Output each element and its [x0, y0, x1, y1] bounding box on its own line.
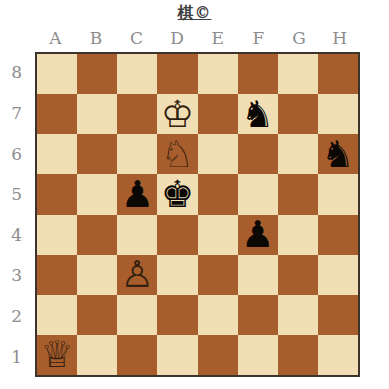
- white-king-piece: ♔: [161, 96, 194, 133]
- file-label-c: C: [116, 27, 157, 49]
- square-b3: [77, 255, 117, 295]
- square-h6: ♞: [318, 134, 358, 174]
- square-f8: [238, 54, 278, 94]
- square-a8: [37, 54, 77, 94]
- square-f2: [238, 295, 278, 335]
- white-knight-piece: ♘: [161, 136, 194, 173]
- square-a3: [37, 255, 77, 295]
- black-pawn-piece: ♟: [121, 176, 154, 213]
- square-c1: [117, 335, 157, 375]
- square-d1: [157, 335, 197, 375]
- square-e3: [198, 255, 238, 295]
- square-d5: ♚: [157, 174, 197, 214]
- square-d7: ♔: [157, 94, 197, 134]
- file-label-d: D: [157, 27, 198, 49]
- square-g2: [278, 295, 318, 335]
- square-a7: [37, 94, 77, 134]
- square-f3: [238, 255, 278, 295]
- rank-label-5: 5: [0, 174, 29, 215]
- square-d8: [157, 54, 197, 94]
- square-f6: [238, 134, 278, 174]
- square-f4: ♟: [238, 215, 278, 255]
- square-d2: [157, 295, 197, 335]
- square-f7: ♞: [238, 94, 278, 134]
- square-c2: [117, 295, 157, 335]
- square-c4: [117, 215, 157, 255]
- white-queen-piece: ♕: [40, 336, 73, 373]
- square-a4: [37, 215, 77, 255]
- black-knight-piece: ♞: [321, 136, 354, 173]
- rank-label-1: 1: [0, 336, 29, 377]
- square-e5: [198, 174, 238, 214]
- square-g6: [278, 134, 318, 174]
- square-h8: [318, 54, 358, 94]
- rank-label-6: 6: [0, 133, 29, 174]
- square-f5: [238, 174, 278, 214]
- file-labels: ABCDEFGH: [35, 27, 360, 49]
- chess-diagram: 棋© ABCDEFGH 87654321 ♔♞♘♞♟♚♟♙♕: [0, 0, 389, 389]
- square-a5: [37, 174, 77, 214]
- rank-label-7: 7: [0, 93, 29, 134]
- square-h2: [318, 295, 358, 335]
- rank-label-3: 3: [0, 255, 29, 296]
- rank-label-4: 4: [0, 215, 29, 256]
- square-e1: [198, 335, 238, 375]
- file-label-g: G: [279, 27, 320, 49]
- square-f1: [238, 335, 278, 375]
- file-label-h: H: [319, 27, 360, 49]
- square-h7: [318, 94, 358, 134]
- rank-label-8: 8: [0, 52, 29, 93]
- square-c3: ♙: [117, 255, 157, 295]
- square-c7: [117, 94, 157, 134]
- square-c6: [117, 134, 157, 174]
- square-e8: [198, 54, 238, 94]
- square-g8: [278, 54, 318, 94]
- square-c5: ♟: [117, 174, 157, 214]
- square-g4: [278, 215, 318, 255]
- file-label-f: F: [238, 27, 279, 49]
- square-h3: [318, 255, 358, 295]
- square-b7: [77, 94, 117, 134]
- file-label-e: E: [198, 27, 239, 49]
- square-g1: [278, 335, 318, 375]
- square-b4: [77, 215, 117, 255]
- square-a1: ♕: [37, 335, 77, 375]
- chess-board: ♔♞♘♞♟♚♟♙♕: [35, 52, 360, 377]
- file-label-b: B: [76, 27, 117, 49]
- square-h1: [318, 335, 358, 375]
- square-b2: [77, 295, 117, 335]
- rank-label-2: 2: [0, 296, 29, 337]
- square-a2: [37, 295, 77, 335]
- square-d4: [157, 215, 197, 255]
- square-d3: [157, 255, 197, 295]
- square-a6: [37, 134, 77, 174]
- square-b6: [77, 134, 117, 174]
- square-e7: [198, 94, 238, 134]
- file-label-a: A: [35, 27, 76, 49]
- square-b1: [77, 335, 117, 375]
- white-pawn-piece: ♙: [121, 256, 154, 293]
- square-e6: [198, 134, 238, 174]
- square-h4: [318, 215, 358, 255]
- square-e4: [198, 215, 238, 255]
- page-title: 棋©: [0, 3, 389, 24]
- square-b5: [77, 174, 117, 214]
- square-d6: ♘: [157, 134, 197, 174]
- square-g7: [278, 94, 318, 134]
- square-h5: [318, 174, 358, 214]
- black-king-piece: ♚: [161, 176, 194, 213]
- black-knight-piece: ♞: [241, 96, 274, 133]
- square-e2: [198, 295, 238, 335]
- square-g3: [278, 255, 318, 295]
- square-c8: [117, 54, 157, 94]
- square-g5: [278, 174, 318, 214]
- rank-labels: 87654321: [0, 52, 29, 377]
- black-pawn-piece: ♟: [241, 216, 274, 253]
- square-b8: [77, 54, 117, 94]
